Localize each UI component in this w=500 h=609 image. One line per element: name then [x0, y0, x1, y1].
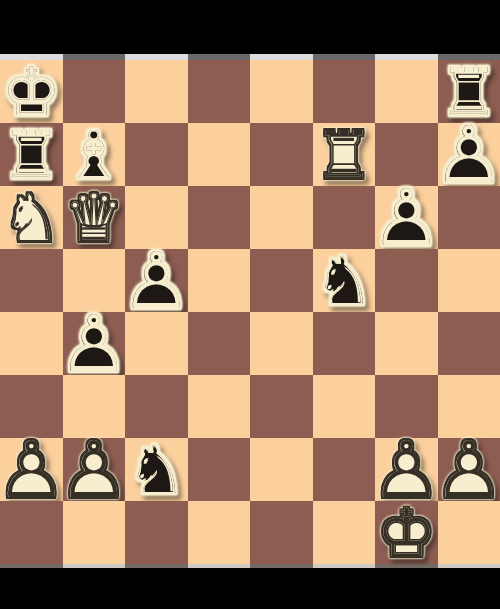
board-bottom-edge-segment	[0, 564, 63, 568]
black-bishop-b7[interactable]: ♝♗	[63, 123, 126, 186]
piece-outline-glyph: ♕	[63, 187, 126, 250]
piece-fill-glyph: ♟	[125, 249, 188, 312]
square-a2[interactable]: ♟♙	[0, 438, 63, 501]
square-d3[interactable]	[188, 375, 251, 438]
board-bottom-edge-segment	[250, 564, 313, 568]
piece-fill-glyph: ♞	[125, 439, 188, 502]
square-b2[interactable]: ♟♙	[63, 438, 126, 501]
white-rook-f7[interactable]: ♜♖	[313, 123, 376, 186]
square-g6[interactable]: ♟♙	[375, 186, 438, 249]
piece-outline-glyph: ♙	[375, 438, 438, 501]
piece-fill-glyph: ♜	[0, 124, 63, 187]
square-a7[interactable]: ♜♖	[0, 123, 63, 186]
square-c5[interactable]: ♟♙	[125, 249, 188, 312]
square-a4[interactable]	[0, 312, 63, 375]
square-d1[interactable]	[188, 501, 251, 564]
square-f5[interactable]: ♞♘	[313, 249, 376, 312]
board-squares: ♚♔♜♖♜♖♝♗♜♖♟♙♞♘♛♕♟♙♟♙♞♘♟♙♟♙♟♙♞♘♟♙♟♙♚♔	[0, 60, 500, 564]
black-king-a8[interactable]: ♚♔	[0, 60, 63, 123]
square-a5[interactable]	[0, 249, 63, 312]
square-d4[interactable]	[188, 312, 251, 375]
square-f8[interactable]	[313, 60, 376, 123]
piece-fill-glyph: ♟	[63, 438, 126, 501]
piece-fill-glyph: ♟	[375, 438, 438, 501]
piece-fill-glyph: ♝	[63, 124, 126, 187]
piece-outline-glyph: ♖	[438, 61, 500, 124]
piece-outline-glyph: ♙	[0, 438, 63, 501]
square-d8[interactable]	[188, 60, 251, 123]
piece-outline-glyph: ♘	[0, 187, 63, 250]
square-f3[interactable]	[313, 375, 376, 438]
square-c4[interactable]	[125, 312, 188, 375]
app-background: ♚♔♜♖♜♖♝♗♜♖♟♙♞♘♛♕♟♙♟♙♞♘♟♙♟♙♟♙♞♘♟♙♟♙♚♔	[0, 0, 500, 609]
square-d6[interactable]	[188, 186, 251, 249]
square-f4[interactable]	[313, 312, 376, 375]
piece-outline-glyph: ♘	[125, 439, 188, 502]
square-b6[interactable]: ♛♕	[63, 186, 126, 249]
square-e6[interactable]	[250, 186, 313, 249]
piece-outline-glyph: ♙	[438, 438, 500, 501]
white-queen-b6[interactable]: ♛♕	[63, 186, 126, 249]
square-g7[interactable]	[375, 123, 438, 186]
square-h8[interactable]: ♜♖	[438, 60, 500, 123]
piece-fill-glyph: ♟	[375, 186, 438, 249]
square-e7[interactable]	[250, 123, 313, 186]
black-pawn-g6[interactable]: ♟♙	[375, 186, 438, 249]
square-a1[interactable]	[0, 501, 63, 564]
square-h6[interactable]	[438, 186, 500, 249]
square-h2[interactable]: ♟♙	[438, 438, 500, 501]
white-pawn-g2[interactable]: ♟♙	[375, 438, 438, 501]
piece-fill-glyph: ♟	[0, 438, 63, 501]
square-c8[interactable]	[125, 60, 188, 123]
black-pawn-b4[interactable]: ♟♙	[63, 312, 126, 375]
square-h4[interactable]	[438, 312, 500, 375]
piece-fill-glyph: ♛	[63, 187, 126, 250]
piece-outline-glyph: ♙	[375, 186, 438, 249]
square-h5[interactable]	[438, 249, 500, 312]
piece-fill-glyph: ♞	[0, 187, 63, 250]
square-b8[interactable]	[63, 60, 126, 123]
black-knight-c2[interactable]: ♞♘	[125, 438, 188, 501]
square-b3[interactable]	[63, 375, 126, 438]
square-g1[interactable]: ♚♔	[375, 501, 438, 564]
square-e2[interactable]	[250, 438, 313, 501]
square-f6[interactable]	[313, 186, 376, 249]
square-c7[interactable]	[125, 123, 188, 186]
piece-fill-glyph: ♚	[0, 61, 63, 124]
piece-fill-glyph: ♟	[63, 312, 126, 375]
chess-board: ♚♔♜♖♜♖♝♗♜♖♟♙♞♘♛♕♟♙♟♙♞♘♟♙♟♙♟♙♞♘♟♙♟♙♚♔	[0, 54, 500, 568]
square-a3[interactable]	[0, 375, 63, 438]
square-e8[interactable]	[250, 60, 313, 123]
square-g2[interactable]: ♟♙	[375, 438, 438, 501]
black-pawn-c5[interactable]: ♟♙	[125, 249, 188, 312]
square-c3[interactable]	[125, 375, 188, 438]
square-d2[interactable]	[188, 438, 251, 501]
square-g4[interactable]	[375, 312, 438, 375]
black-pawn-h7[interactable]: ♟♙	[438, 123, 500, 186]
black-rook-h8[interactable]: ♜♖	[438, 60, 500, 123]
white-knight-a6[interactable]: ♞♘	[0, 186, 63, 249]
board-bottom-edge-segment	[63, 564, 126, 568]
piece-outline-glyph: ♖	[313, 124, 376, 187]
piece-outline-glyph: ♙	[63, 312, 126, 375]
piece-fill-glyph: ♚	[375, 502, 438, 565]
square-e3[interactable]	[250, 375, 313, 438]
piece-outline-glyph: ♙	[125, 249, 188, 312]
board-bottom-edge-segment	[438, 564, 500, 568]
white-pawn-h2[interactable]: ♟♙	[438, 438, 500, 501]
square-c1[interactable]	[125, 501, 188, 564]
square-b5[interactable]	[63, 249, 126, 312]
black-knight-f5[interactable]: ♞♘	[313, 249, 376, 312]
square-b4[interactable]: ♟♙	[63, 312, 126, 375]
board-bottom-edge-segment	[313, 564, 376, 568]
square-d7[interactable]	[188, 123, 251, 186]
piece-outline-glyph: ♔	[375, 502, 438, 565]
board-bottom-edge	[0, 564, 500, 568]
piece-fill-glyph: ♟	[438, 123, 500, 186]
square-e4[interactable]	[250, 312, 313, 375]
white-pawn-a2[interactable]: ♟♙	[0, 438, 63, 501]
square-c6[interactable]	[125, 186, 188, 249]
square-e5[interactable]	[250, 249, 313, 312]
square-h3[interactable]	[438, 375, 500, 438]
square-c2[interactable]: ♞♘	[125, 438, 188, 501]
board-bottom-edge-segment	[375, 564, 438, 568]
square-h7[interactable]: ♟♙	[438, 123, 500, 186]
black-rook-a7[interactable]: ♜♖	[0, 123, 63, 186]
white-king-g1[interactable]: ♚♔	[375, 501, 438, 564]
piece-fill-glyph: ♜	[438, 61, 500, 124]
piece-outline-glyph: ♖	[0, 124, 63, 187]
square-f2[interactable]	[313, 438, 376, 501]
piece-outline-glyph: ♙	[438, 123, 500, 186]
square-f1[interactable]	[313, 501, 376, 564]
square-b7[interactable]: ♝♗	[63, 123, 126, 186]
square-g3[interactable]	[375, 375, 438, 438]
square-e1[interactable]	[250, 501, 313, 564]
white-pawn-b2[interactable]: ♟♙	[63, 438, 126, 501]
square-h1[interactable]	[438, 501, 500, 564]
square-f7[interactable]: ♜♖	[313, 123, 376, 186]
board-bottom-edge-segment	[188, 564, 251, 568]
piece-fill-glyph: ♟	[438, 438, 500, 501]
piece-fill-glyph: ♞	[313, 250, 376, 313]
square-g8[interactable]	[375, 60, 438, 123]
piece-outline-glyph: ♗	[63, 124, 126, 187]
piece-outline-glyph: ♙	[63, 438, 126, 501]
square-d5[interactable]	[188, 249, 251, 312]
piece-outline-glyph: ♔	[0, 61, 63, 124]
square-a8[interactable]: ♚♔	[0, 60, 63, 123]
board-bottom-edge-segment	[125, 564, 188, 568]
piece-fill-glyph: ♜	[313, 124, 376, 187]
square-b1[interactable]	[63, 501, 126, 564]
square-g5[interactable]	[375, 249, 438, 312]
piece-outline-glyph: ♘	[313, 250, 376, 313]
square-a6[interactable]: ♞♘	[0, 186, 63, 249]
